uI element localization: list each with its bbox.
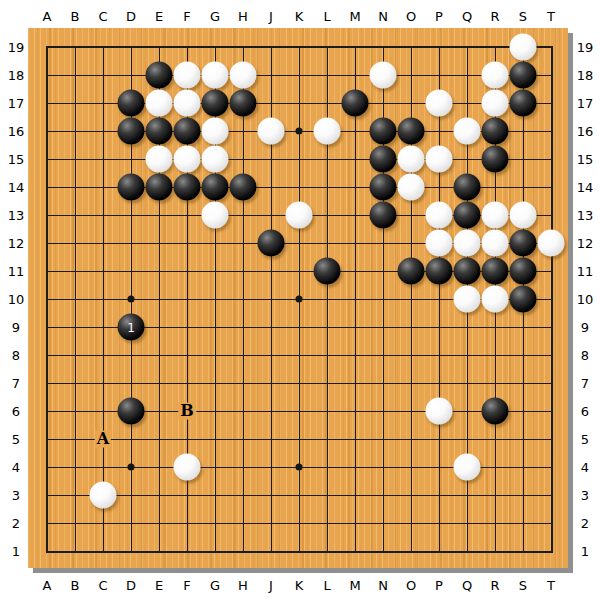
- column-label-top-H: H: [238, 9, 248, 24]
- stone-black-N14[interactable]: [370, 174, 397, 201]
- stone-black-E18[interactable]: [146, 62, 173, 89]
- stone-white-S13[interactable]: [510, 202, 537, 229]
- stone-black-Q14[interactable]: [454, 174, 481, 201]
- stone-white-Q4[interactable]: [454, 454, 481, 481]
- stone-white-Q16[interactable]: [454, 118, 481, 145]
- row-label-right-12: 12: [577, 236, 594, 251]
- row-label-right-7: 7: [581, 376, 589, 391]
- column-label-top-D: D: [126, 9, 136, 24]
- stone-white-F18[interactable]: [174, 62, 201, 89]
- stone-black-O16[interactable]: [398, 118, 425, 145]
- stone-black-S17[interactable]: [510, 90, 537, 117]
- stone-white-N18[interactable]: [370, 62, 397, 89]
- column-label-bottom-C: C: [98, 578, 107, 593]
- column-label-top-S: S: [519, 9, 527, 24]
- stone-white-R18[interactable]: [482, 62, 509, 89]
- row-label-right-11: 11: [577, 264, 594, 279]
- column-label-bottom-H: H: [238, 578, 248, 593]
- stone-white-O14[interactable]: [398, 174, 425, 201]
- letter-mark-A: A: [95, 431, 111, 448]
- stone-white-P13[interactable]: [426, 202, 453, 229]
- column-label-bottom-N: N: [378, 578, 388, 593]
- column-label-top-N: N: [378, 9, 388, 24]
- stone-black-N16[interactable]: [370, 118, 397, 145]
- row-label-right-4: 4: [581, 460, 589, 475]
- column-label-top-J: J: [269, 9, 273, 24]
- stone-white-R10[interactable]: [482, 286, 509, 313]
- row-label-left-15: 15: [8, 152, 25, 167]
- stone-black-S12[interactable]: [510, 230, 537, 257]
- star-point-D10: [128, 296, 135, 303]
- star-point-K10: [296, 296, 303, 303]
- stone-white-G13[interactable]: [202, 202, 229, 229]
- column-label-top-P: P: [435, 9, 443, 24]
- stone-white-F15[interactable]: [174, 146, 201, 173]
- stone-white-E15[interactable]: [146, 146, 173, 173]
- row-label-left-17: 17: [8, 96, 25, 111]
- row-label-right-13: 13: [577, 208, 594, 223]
- stone-black-E16[interactable]: [146, 118, 173, 145]
- column-label-bottom-Q: Q: [462, 578, 472, 593]
- stone-white-O15[interactable]: [398, 146, 425, 173]
- stone-black-G14[interactable]: [202, 174, 229, 201]
- stone-white-P6[interactable]: [426, 398, 453, 425]
- column-label-top-M: M: [349, 9, 360, 24]
- stone-white-F4[interactable]: [174, 454, 201, 481]
- row-label-left-13: 13: [8, 208, 25, 223]
- row-label-left-1: 1: [12, 544, 20, 559]
- column-label-bottom-L: L: [323, 578, 330, 593]
- row-label-right-2: 2: [581, 516, 589, 531]
- stone-black-Q13[interactable]: [454, 202, 481, 229]
- stone-white-Q10[interactable]: [454, 286, 481, 313]
- column-label-bottom-D: D: [126, 578, 136, 593]
- stone-black-D9[interactable]: 1: [118, 314, 145, 341]
- star-point-K4: [296, 464, 303, 471]
- stone-white-R17[interactable]: [482, 90, 509, 117]
- column-label-top-L: L: [323, 9, 330, 24]
- go-diagram: 1 AB AABBCCDDEEFFGGHHJJKKLLMMNNOOPPQQRRS…: [0, 0, 600, 600]
- stone-white-Q12[interactable]: [454, 230, 481, 257]
- stone-white-T12[interactable]: [538, 230, 565, 257]
- row-label-left-14: 14: [8, 180, 25, 195]
- row-label-left-8: 8: [12, 348, 20, 363]
- column-label-bottom-K: K: [295, 578, 304, 593]
- row-label-left-4: 4: [12, 460, 20, 475]
- column-label-bottom-A: A: [43, 578, 52, 593]
- row-label-right-6: 6: [581, 404, 589, 419]
- column-label-bottom-E: E: [155, 578, 163, 593]
- stone-white-C3[interactable]: [90, 482, 117, 509]
- star-point-K16: [296, 128, 303, 135]
- row-label-left-12: 12: [8, 236, 25, 251]
- stone-white-J16[interactable]: [258, 118, 285, 145]
- row-label-right-3: 3: [581, 488, 589, 503]
- stone-black-S10[interactable]: [510, 286, 537, 313]
- stone-black-S18[interactable]: [510, 62, 537, 89]
- row-label-right-19: 19: [577, 40, 594, 55]
- column-label-bottom-G: G: [210, 578, 220, 593]
- column-label-top-Q: Q: [462, 9, 472, 24]
- column-label-bottom-T: T: [547, 578, 555, 593]
- row-label-right-16: 16: [577, 124, 594, 139]
- stone-black-Q11[interactable]: [454, 258, 481, 285]
- column-label-bottom-B: B: [71, 578, 80, 593]
- column-label-bottom-F: F: [183, 578, 190, 593]
- column-label-bottom-P: P: [435, 578, 443, 593]
- row-label-right-10: 10: [577, 292, 594, 307]
- row-label-left-18: 18: [8, 68, 25, 83]
- stone-black-M17[interactable]: [342, 90, 369, 117]
- stone-white-P15[interactable]: [426, 146, 453, 173]
- column-label-bottom-J: J: [269, 578, 273, 593]
- stone-white-L16[interactable]: [314, 118, 341, 145]
- row-label-left-3: 3: [12, 488, 20, 503]
- column-label-top-T: T: [547, 9, 555, 24]
- column-label-top-C: C: [98, 9, 107, 24]
- star-point-D4: [128, 464, 135, 471]
- stone-black-J12[interactable]: [258, 230, 285, 257]
- stone-white-S19[interactable]: [510, 34, 537, 61]
- stone-white-G15[interactable]: [202, 146, 229, 173]
- stone-black-D16[interactable]: [118, 118, 145, 145]
- row-label-right-14: 14: [577, 180, 594, 195]
- stone-black-F14[interactable]: [174, 174, 201, 201]
- row-label-right-8: 8: [581, 348, 589, 363]
- row-label-right-17: 17: [577, 96, 594, 111]
- column-label-top-G: G: [210, 9, 220, 24]
- stone-black-O11[interactable]: [398, 258, 425, 285]
- stone-white-G16[interactable]: [202, 118, 229, 145]
- row-label-right-9: 9: [581, 320, 589, 335]
- row-label-left-2: 2: [12, 516, 20, 531]
- stone-white-P17[interactable]: [426, 90, 453, 117]
- stone-black-R16[interactable]: [482, 118, 509, 145]
- row-label-right-18: 18: [577, 68, 594, 83]
- row-label-left-9: 9: [12, 320, 20, 335]
- stone-black-L11[interactable]: [314, 258, 341, 285]
- row-label-left-5: 5: [12, 432, 20, 447]
- stone-black-H17[interactable]: [230, 90, 257, 117]
- row-label-left-7: 7: [12, 376, 20, 391]
- row-label-right-1: 1: [581, 544, 589, 559]
- stone-black-R6[interactable]: [482, 398, 509, 425]
- row-label-left-6: 6: [12, 404, 20, 419]
- stone-white-R13[interactable]: [482, 202, 509, 229]
- column-label-top-K: K: [295, 9, 304, 24]
- row-label-left-16: 16: [8, 124, 25, 139]
- column-label-top-F: F: [183, 9, 190, 24]
- stone-white-H18[interactable]: [230, 62, 257, 89]
- stone-white-F17[interactable]: [174, 90, 201, 117]
- stone-black-S11[interactable]: [510, 258, 537, 285]
- stone-black-R15[interactable]: [482, 146, 509, 173]
- stone-black-R11[interactable]: [482, 258, 509, 285]
- letter-mark-B: B: [178, 403, 196, 420]
- stone-black-D14[interactable]: [118, 174, 145, 201]
- stone-black-D6[interactable]: [118, 398, 145, 425]
- row-label-left-11: 11: [8, 264, 25, 279]
- column-label-top-E: E: [155, 9, 163, 24]
- stone-white-K13[interactable]: [286, 202, 313, 229]
- stone-black-N15[interactable]: [370, 146, 397, 173]
- stone-black-N13[interactable]: [370, 202, 397, 229]
- stone-black-H14[interactable]: [230, 174, 257, 201]
- row-label-left-19: 19: [8, 40, 25, 55]
- column-label-bottom-R: R: [490, 578, 499, 593]
- stone-white-R12[interactable]: [482, 230, 509, 257]
- stone-white-G18[interactable]: [202, 62, 229, 89]
- column-label-top-O: O: [406, 9, 416, 24]
- column-label-top-B: B: [71, 9, 80, 24]
- stone-white-E17[interactable]: [146, 90, 173, 117]
- stone-white-P12[interactable]: [426, 230, 453, 257]
- column-label-bottom-O: O: [406, 578, 416, 593]
- stone-black-F16[interactable]: [174, 118, 201, 145]
- column-label-top-A: A: [43, 9, 52, 24]
- row-label-right-5: 5: [581, 432, 589, 447]
- column-label-bottom-M: M: [349, 578, 360, 593]
- stone-black-G17[interactable]: [202, 90, 229, 117]
- stone-black-D17[interactable]: [118, 90, 145, 117]
- column-label-top-R: R: [490, 9, 499, 24]
- stone-black-E14[interactable]: [146, 174, 173, 201]
- column-label-bottom-S: S: [519, 578, 527, 593]
- stone-black-P11[interactable]: [426, 258, 453, 285]
- row-label-left-10: 10: [8, 292, 25, 307]
- move-number-label: 1: [127, 321, 135, 333]
- row-label-right-15: 15: [577, 152, 594, 167]
